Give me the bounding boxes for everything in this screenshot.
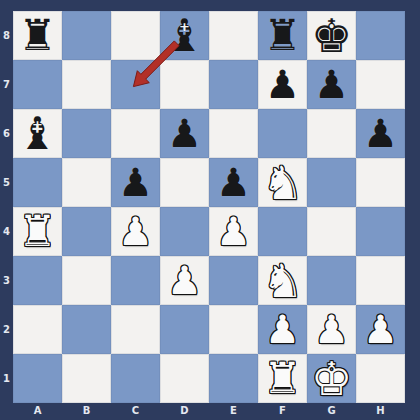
square-h2[interactable]: ♟ bbox=[356, 305, 405, 354]
piece-white-pawn[interactable]: ♟ bbox=[314, 310, 349, 349]
square-d4[interactable] bbox=[160, 207, 209, 256]
square-h5[interactable] bbox=[356, 158, 405, 207]
piece-black-bishop[interactable]: ♝ bbox=[164, 13, 204, 58]
piece-black-bishop[interactable]: ♝ bbox=[17, 111, 57, 156]
square-g4[interactable] bbox=[307, 207, 356, 256]
square-d2[interactable] bbox=[160, 305, 209, 354]
piece-white-pawn[interactable]: ♟ bbox=[167, 261, 202, 300]
piece-black-pawn[interactable]: ♟ bbox=[216, 163, 251, 202]
rank-label-1: 1 bbox=[0, 354, 13, 403]
chess-board-frame: 87654321 ABCDEFGH ♜♝+♜♚♟♟♝+♟♟♟♟♞♜♟♟♟♞♟♟♟… bbox=[0, 0, 420, 420]
square-e2[interactable] bbox=[209, 305, 258, 354]
square-f3[interactable]: ♞ bbox=[258, 256, 307, 305]
piece-black-king[interactable]: ♚ bbox=[311, 13, 352, 59]
piece-white-knight[interactable]: ♞ bbox=[262, 160, 303, 206]
square-e5[interactable]: ♟ bbox=[209, 158, 258, 207]
piece-black-rook[interactable]: ♜ bbox=[18, 14, 57, 57]
square-a5[interactable] bbox=[13, 158, 62, 207]
square-b2[interactable] bbox=[62, 305, 111, 354]
square-g6[interactable] bbox=[307, 109, 356, 158]
square-f8[interactable]: ♜ bbox=[258, 11, 307, 60]
square-d1[interactable] bbox=[160, 354, 209, 403]
square-h8[interactable] bbox=[356, 11, 405, 60]
square-a7[interactable] bbox=[13, 60, 62, 109]
square-c7[interactable] bbox=[111, 60, 160, 109]
file-label-f: F bbox=[258, 402, 307, 419]
square-f4[interactable] bbox=[258, 207, 307, 256]
square-f7[interactable]: ♟ bbox=[258, 60, 307, 109]
file-label-a: A bbox=[13, 402, 62, 419]
piece-white-king[interactable]: ♚ bbox=[311, 356, 352, 402]
rank-label-8: 8 bbox=[0, 11, 13, 60]
rank-label-7: 7 bbox=[0, 60, 13, 109]
square-h1[interactable] bbox=[356, 354, 405, 403]
rank-labels: 87654321 bbox=[0, 11, 13, 403]
piece-white-pawn[interactable]: ♟ bbox=[118, 212, 153, 251]
file-label-b: B bbox=[62, 402, 111, 419]
square-b3[interactable] bbox=[62, 256, 111, 305]
square-g2[interactable]: ♟ bbox=[307, 305, 356, 354]
square-a6[interactable]: ♝+ bbox=[13, 109, 62, 158]
square-c2[interactable] bbox=[111, 305, 160, 354]
rank-label-5: 5 bbox=[0, 158, 13, 207]
rank-label-6: 6 bbox=[0, 109, 13, 158]
square-b5[interactable] bbox=[62, 158, 111, 207]
file-label-c: C bbox=[111, 402, 160, 419]
square-h3[interactable] bbox=[356, 256, 405, 305]
piece-white-pawn[interactable]: ♟ bbox=[216, 212, 251, 251]
square-g5[interactable] bbox=[307, 158, 356, 207]
square-a2[interactable] bbox=[13, 305, 62, 354]
square-e4[interactable]: ♟ bbox=[209, 207, 258, 256]
square-b4[interactable] bbox=[62, 207, 111, 256]
piece-black-pawn[interactable]: ♟ bbox=[118, 163, 153, 202]
piece-black-pawn[interactable]: ♟ bbox=[167, 114, 202, 153]
square-c5[interactable]: ♟ bbox=[111, 158, 160, 207]
square-f5[interactable]: ♞ bbox=[258, 158, 307, 207]
square-f6[interactable] bbox=[258, 109, 307, 158]
square-h6[interactable]: ♟ bbox=[356, 109, 405, 158]
square-c8[interactable] bbox=[111, 11, 160, 60]
square-c3[interactable] bbox=[111, 256, 160, 305]
square-e7[interactable] bbox=[209, 60, 258, 109]
rank-label-4: 4 bbox=[0, 207, 13, 256]
piece-black-pawn[interactable]: ♟ bbox=[314, 65, 349, 104]
piece-white-pawn[interactable]: ♟ bbox=[265, 310, 300, 349]
square-d7[interactable] bbox=[160, 60, 209, 109]
square-c4[interactable]: ♟ bbox=[111, 207, 160, 256]
square-h7[interactable] bbox=[356, 60, 405, 109]
square-g3[interactable] bbox=[307, 256, 356, 305]
square-d8[interactable]: ♝+ bbox=[160, 11, 209, 60]
piece-white-rook[interactable]: ♜ bbox=[18, 210, 57, 253]
square-a8[interactable]: ♜ bbox=[13, 11, 62, 60]
square-g8[interactable]: ♚ bbox=[307, 11, 356, 60]
square-h4[interactable] bbox=[356, 207, 405, 256]
square-c6[interactable] bbox=[111, 109, 160, 158]
piece-white-knight[interactable]: ♞ bbox=[262, 258, 303, 304]
square-c1[interactable] bbox=[111, 354, 160, 403]
square-e1[interactable] bbox=[209, 354, 258, 403]
square-d6[interactable]: ♟ bbox=[160, 109, 209, 158]
file-label-d: D bbox=[160, 402, 209, 419]
rank-label-2: 2 bbox=[0, 305, 13, 354]
square-d3[interactable]: ♟ bbox=[160, 256, 209, 305]
square-e3[interactable] bbox=[209, 256, 258, 305]
rank-label-3: 3 bbox=[0, 256, 13, 305]
square-b8[interactable] bbox=[62, 11, 111, 60]
square-b6[interactable] bbox=[62, 109, 111, 158]
file-label-e: E bbox=[209, 402, 258, 419]
square-e6[interactable] bbox=[209, 109, 258, 158]
piece-black-pawn[interactable]: ♟ bbox=[265, 65, 300, 104]
square-e8[interactable] bbox=[209, 11, 258, 60]
square-a4[interactable]: ♜ bbox=[13, 207, 62, 256]
square-g7[interactable]: ♟ bbox=[307, 60, 356, 109]
square-g1[interactable]: ♚ bbox=[307, 354, 356, 403]
piece-white-pawn[interactable]: ♟ bbox=[363, 310, 398, 349]
square-d5[interactable] bbox=[160, 158, 209, 207]
piece-black-pawn[interactable]: ♟ bbox=[363, 114, 398, 153]
square-a1[interactable] bbox=[13, 354, 62, 403]
square-f2[interactable]: ♟ bbox=[258, 305, 307, 354]
square-b1[interactable] bbox=[62, 354, 111, 403]
chess-board[interactable]: ♜♝+♜♚♟♟♝+♟♟♟♟♞♜♟♟♟♞♟♟♟♜♚ bbox=[13, 11, 405, 403]
piece-white-rook[interactable]: ♜ bbox=[263, 357, 302, 400]
square-f1[interactable]: ♜ bbox=[258, 354, 307, 403]
square-a3[interactable] bbox=[13, 256, 62, 305]
square-b7[interactable] bbox=[62, 60, 111, 109]
piece-black-rook[interactable]: ♜ bbox=[263, 14, 302, 57]
file-label-h: H bbox=[356, 402, 405, 419]
